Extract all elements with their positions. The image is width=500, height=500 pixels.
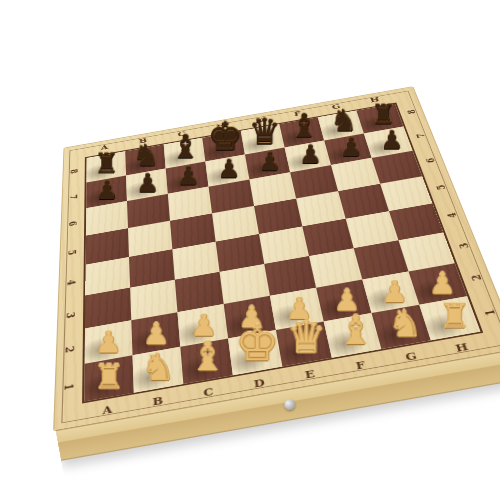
square-f3[interactable] bbox=[309, 248, 362, 288]
piece-black-bishop-f8[interactable]: ♝ bbox=[290, 110, 319, 142]
piece-black-pawn-c7[interactable]: ♟ bbox=[177, 163, 200, 188]
square-a5[interactable] bbox=[86, 228, 129, 264]
square-a7[interactable]: ♟ bbox=[86, 175, 127, 208]
piece-black-rook-h8[interactable]: ♜ bbox=[371, 101, 396, 128]
piece-black-knight-g8[interactable]: ♞ bbox=[330, 105, 357, 135]
piece-black-rook-a8[interactable]: ♜ bbox=[94, 150, 119, 177]
rank-labels-left: 87654321 bbox=[57, 158, 83, 408]
piece-white-bishop-f1[interactable]: ♝ bbox=[338, 311, 374, 351]
square-f6[interactable] bbox=[290, 165, 338, 198]
square-h6[interactable] bbox=[372, 151, 422, 184]
product-photo-scene: ABCDEFGH ABCDEFGH 87654321 87654321 ♜♞♝♚… bbox=[0, 0, 500, 500]
square-c3[interactable] bbox=[175, 272, 224, 312]
piece-white-king-d1[interactable]: ♚ bbox=[235, 319, 279, 368]
square-b7[interactable]: ♟ bbox=[126, 168, 168, 201]
piece-white-pawn-h2[interactable]: ♟ bbox=[429, 268, 456, 298]
piece-black-pawn-a7[interactable]: ♟ bbox=[95, 177, 118, 202]
piece-white-bishop-c1[interactable]: ♝ bbox=[190, 337, 226, 377]
square-h1[interactable]: ♜ bbox=[419, 296, 480, 340]
square-a1[interactable]: ♜ bbox=[84, 355, 133, 401]
piece-black-pawn-b7[interactable]: ♟ bbox=[136, 170, 159, 195]
piece-black-bishop-c8[interactable]: ♝ bbox=[171, 131, 200, 163]
piece-black-knight-b8[interactable]: ♞ bbox=[132, 140, 159, 170]
square-f5[interactable] bbox=[296, 191, 346, 226]
piece-white-rook-a1[interactable]: ♜ bbox=[94, 360, 125, 394]
square-c1[interactable]: ♝ bbox=[180, 338, 233, 384]
piece-black-pawn-f7[interactable]: ♟ bbox=[299, 142, 322, 167]
piece-white-rook-h1[interactable]: ♜ bbox=[439, 299, 470, 333]
piece-black-queen-e8[interactable]: ♛ bbox=[248, 114, 280, 150]
hinge-screw-icon bbox=[283, 399, 295, 411]
chess-board: ABCDEFGH ABCDEFGH 87654321 87654321 ♜♞♝♚… bbox=[54, 87, 500, 430]
piece-black-pawn-g7[interactable]: ♟ bbox=[339, 134, 362, 159]
playing-area: ♜♞♝♚♛♝♞♜♟♟♟♟♟♟♟♟♟♟♟♟♟♟♟♟♜♞♝♚♛♝♞♜ bbox=[82, 102, 483, 403]
square-a3[interactable] bbox=[85, 288, 131, 329]
square-a6[interactable] bbox=[86, 201, 128, 236]
square-f1[interactable]: ♝ bbox=[324, 313, 382, 358]
square-c6[interactable] bbox=[168, 187, 212, 221]
piece-white-pawn-a2[interactable]: ♟ bbox=[95, 327, 122, 357]
piece-white-knight-b1[interactable]: ♞ bbox=[142, 348, 176, 386]
piece-black-king-d8[interactable]: ♚ bbox=[207, 117, 242, 156]
square-c7[interactable]: ♟ bbox=[166, 161, 209, 193]
square-e1[interactable]: ♛ bbox=[276, 322, 332, 367]
square-g1[interactable]: ♞ bbox=[372, 305, 431, 349]
square-b1[interactable]: ♞ bbox=[133, 347, 184, 393]
piece-black-pawn-e7[interactable]: ♟ bbox=[258, 149, 281, 174]
board-grid: ♜♞♝♚♛♝♞♜♟♟♟♟♟♟♟♟♟♟♟♟♟♟♟♟♜♞♝♚♛♝♞♜ bbox=[84, 104, 480, 402]
square-d1[interactable]: ♚ bbox=[228, 330, 282, 375]
piece-black-pawn-d7[interactable]: ♟ bbox=[217, 156, 240, 181]
piece-white-knight-g1[interactable]: ♞ bbox=[388, 305, 422, 343]
piece-black-pawn-h7[interactable]: ♟ bbox=[380, 127, 403, 152]
piece-white-queen-e1[interactable]: ♛ bbox=[287, 315, 327, 359]
